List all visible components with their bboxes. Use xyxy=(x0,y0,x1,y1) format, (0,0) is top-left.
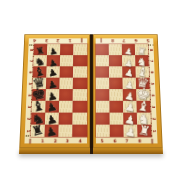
square xyxy=(95,113,109,125)
coordinate-label: 7 xyxy=(29,59,33,62)
coordinate-label: 2 xyxy=(26,117,30,120)
square xyxy=(108,44,121,55)
white-pawn: ♟ xyxy=(124,125,137,139)
coordinate-label: 2 xyxy=(57,39,60,43)
square xyxy=(95,89,109,101)
square xyxy=(109,101,123,113)
coordinate-label: 6 xyxy=(150,71,154,74)
square xyxy=(109,125,123,137)
square: ♞ xyxy=(33,55,47,66)
coordinate-label: 6 xyxy=(28,71,32,74)
square xyxy=(59,101,73,113)
square xyxy=(73,66,86,77)
square xyxy=(73,113,87,125)
square: ♜ xyxy=(135,44,149,55)
board-grid: ♟♜♟♞♟♝♟♛♟♚♟♝♟♞♟♜ xyxy=(95,44,151,137)
square xyxy=(109,89,123,101)
square: ♞ xyxy=(137,113,151,125)
square: ♟ xyxy=(122,66,136,77)
square xyxy=(59,89,73,101)
coordinate-label: 4 xyxy=(151,94,155,97)
square: ♟ xyxy=(122,89,136,101)
board-half-left: ‖1234‖123487654321♜♟♞♟♝♟♛♟♚♟♝♟♞♟♜♟ xyxy=(19,34,89,148)
coordinate-label: 5 xyxy=(100,138,103,142)
square xyxy=(60,55,73,66)
corner-mark: ‖ xyxy=(99,39,101,44)
coordinate-label: 8 xyxy=(138,138,141,142)
square xyxy=(60,66,74,77)
square: ♟ xyxy=(122,44,135,55)
square xyxy=(108,55,121,66)
square xyxy=(95,44,108,55)
coordinate-label: 6 xyxy=(134,39,137,43)
ruler-border: 5678‖ xyxy=(95,137,157,144)
square xyxy=(95,78,109,89)
square: ♞ xyxy=(135,55,149,66)
board-face-right: 5678‖5678‖87654321♟♜♟♞♟♝♟♛♟♚♟♝♟♞♟♜ xyxy=(95,38,157,143)
board-face-left: ‖1234‖123487654321♜♟♞♟♝♟♛♟♚♟♝♟♞♟♜♟ xyxy=(24,38,86,143)
coordinate-label: 3 xyxy=(45,39,48,43)
square: ♟ xyxy=(122,78,136,89)
coordinate-label: 4 xyxy=(79,138,82,142)
coordinate-label: 5 xyxy=(146,39,149,43)
coordinate-label: 5 xyxy=(28,82,32,85)
square: ♟ xyxy=(46,66,60,77)
square: ♞ xyxy=(31,113,45,125)
corner-mark: ‖ xyxy=(29,137,32,143)
square: ♚ xyxy=(32,89,46,101)
square: ♟ xyxy=(122,55,136,66)
coordinate-label: 4 xyxy=(27,94,31,97)
square: ♜ xyxy=(34,44,48,55)
coordinate-label: 4 xyxy=(33,39,36,43)
coordinate-label: 7 xyxy=(149,59,153,62)
corner-mark: ‖ xyxy=(80,39,82,44)
coordinate-label: 8 xyxy=(110,39,113,43)
black-rook: ♜ xyxy=(31,124,46,139)
square: ♟ xyxy=(47,55,61,66)
square xyxy=(59,125,73,137)
product-photo-scene: ‖1234‖123487654321♜♟♞♟♝♟♛♟♚♟♝♟♞♟♜♟ 5678‖… xyxy=(0,0,182,182)
coordinate-label: 1 xyxy=(152,129,156,132)
coordinate-label: 5 xyxy=(150,82,154,85)
coordinate-label: 7 xyxy=(125,138,128,142)
coordinate-label: 3 xyxy=(66,138,69,142)
square xyxy=(73,125,87,137)
square xyxy=(95,125,109,137)
square xyxy=(59,113,73,125)
square: ♟ xyxy=(46,78,60,89)
square: ♛ xyxy=(32,78,46,89)
hinge-gap: ‖1234‖123487654321♜♟♞♟♝♟♛♟♚♟♝♟♞♟♜♟ 5678‖… xyxy=(19,34,162,148)
square: ♟ xyxy=(123,125,137,137)
square xyxy=(73,89,87,101)
square: ♝ xyxy=(33,66,47,77)
coordinate-label: 1 xyxy=(41,138,44,142)
square xyxy=(109,66,123,77)
board-grid: ♜♟♞♟♝♟♛♟♚♟♝♟♞♟♜♟ xyxy=(31,44,87,137)
square: ♟ xyxy=(47,44,60,55)
square: ♟ xyxy=(123,101,137,113)
corner-mark: ‖ xyxy=(150,137,153,143)
coordinate-label: 3 xyxy=(27,105,31,108)
coordinate-label: 1 xyxy=(26,129,30,132)
square: ♟ xyxy=(45,101,59,113)
square: ♝ xyxy=(136,101,150,113)
square: ♝ xyxy=(32,101,46,113)
ruler-border: ‖1234 xyxy=(24,137,86,144)
square xyxy=(74,44,87,55)
square: ♟ xyxy=(123,113,137,125)
coordinate-label: 2 xyxy=(151,117,155,120)
coordinate-label: 8 xyxy=(29,48,33,50)
coordinate-label: 1 xyxy=(69,39,72,43)
square xyxy=(109,78,123,89)
coordinate-label: 7 xyxy=(122,39,125,43)
square: ♟ xyxy=(45,125,59,137)
square xyxy=(95,55,108,66)
square xyxy=(73,78,87,89)
square xyxy=(73,101,87,113)
coordinate-label: 2 xyxy=(53,138,56,142)
square: ♛ xyxy=(136,78,150,89)
square: ♜ xyxy=(31,125,45,137)
square: ♚ xyxy=(136,89,150,101)
board-half-right: 5678‖5678‖87654321♟♜♟♞♟♝♟♛♟♚♟♝♟♞♟♜ xyxy=(92,34,162,148)
square xyxy=(95,66,108,77)
square xyxy=(60,44,73,55)
square: ♝ xyxy=(135,66,149,77)
chess-set: ‖1234‖123487654321♜♟♞♟♝♟♛♟♚♟♝♟♞♟♜♟ 5678‖… xyxy=(19,34,163,154)
black-pawn: ♟ xyxy=(45,125,58,139)
square xyxy=(73,55,86,66)
set-front-edge xyxy=(19,148,163,154)
square xyxy=(95,101,109,113)
coordinate-label: 6 xyxy=(113,138,116,142)
square xyxy=(109,113,123,125)
square: ♟ xyxy=(45,113,59,125)
white-rook: ♜ xyxy=(137,124,151,139)
square xyxy=(60,78,74,89)
coordinate-label: 3 xyxy=(151,105,155,108)
square: ♜ xyxy=(137,125,151,137)
coordinate-label: 8 xyxy=(149,48,153,50)
square: ♟ xyxy=(46,89,60,101)
